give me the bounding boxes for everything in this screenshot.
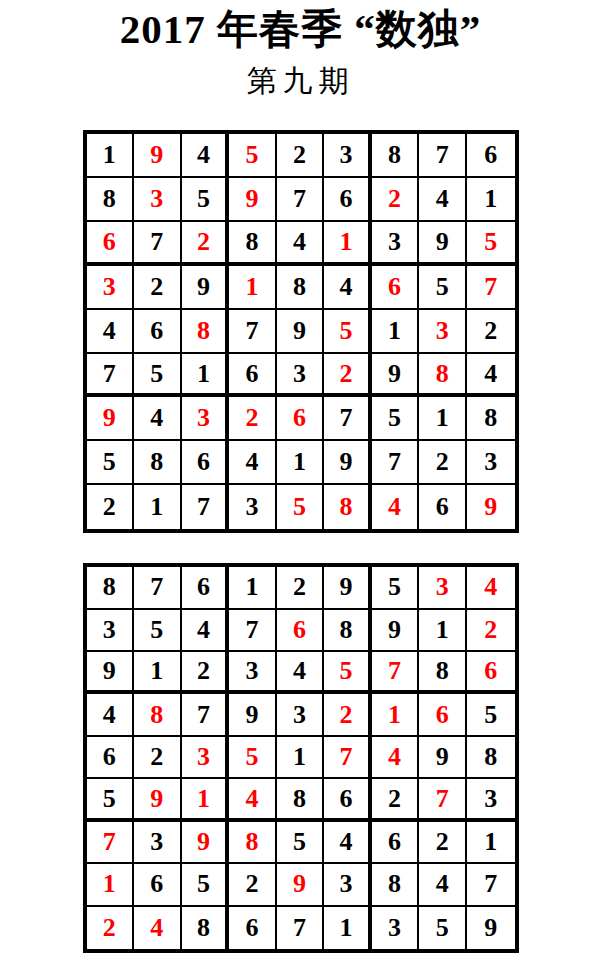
sudoku-cell-r4c8: 5 — [419, 266, 467, 310]
sudoku-cell-r7c2: 4 — [134, 397, 182, 441]
sudoku-cell-r6c1: 7 — [87, 354, 135, 398]
page-title: 2017 年春季 “数独” — [0, 0, 601, 53]
sudoku-cell-r9c8: 5 — [419, 907, 467, 949]
sudoku-cell-r1c4: 1 — [229, 567, 277, 609]
sudoku-cell-r5c8: 3 — [419, 310, 467, 354]
sudoku-cell-r8c9: 7 — [467, 864, 515, 906]
sudoku-cell-r7c7: 5 — [372, 397, 420, 441]
sudoku-cell-r7c8: 1 — [419, 397, 467, 441]
sudoku-cell-r5c7: 4 — [372, 737, 420, 779]
sudoku-cell-r5c3: 8 — [182, 310, 230, 354]
sudoku-cell-r2c9: 2 — [467, 610, 515, 652]
sudoku-cell-r6c3: 1 — [182, 354, 230, 398]
sudoku-cell-r5c2: 6 — [134, 310, 182, 354]
sudoku-cell-r7c2: 3 — [134, 822, 182, 864]
sudoku-cell-r2c5: 6 — [277, 610, 325, 652]
sudoku-cell-r9c4: 6 — [229, 907, 277, 949]
sudoku-cell-r6c6: 6 — [324, 779, 372, 821]
sudoku-cell-r5c8: 9 — [419, 737, 467, 779]
sudoku-cell-r8c9: 3 — [467, 441, 515, 485]
sudoku-cell-r8c5: 1 — [277, 441, 325, 485]
sudoku-cell-r4c5: 3 — [277, 694, 325, 736]
sudoku-cell-r5c3: 3 — [182, 737, 230, 779]
sudoku-cell-r2c4: 7 — [229, 610, 277, 652]
sudoku-cell-r6c9: 4 — [467, 354, 515, 398]
sudoku-cell-r2c8: 4 — [419, 178, 467, 222]
sudoku-cell-r8c6: 9 — [324, 441, 372, 485]
sudoku-cell-r1c9: 6 — [467, 134, 515, 178]
sudoku-cell-r3c8: 8 — [419, 652, 467, 694]
sudoku-cell-r7c6: 4 — [324, 822, 372, 864]
sudoku-cell-r3c7: 3 — [372, 222, 420, 266]
sudoku-cell-r8c1: 1 — [87, 864, 135, 906]
sudoku-cell-r2c3: 4 — [182, 610, 230, 652]
sudoku-cell-r5c4: 5 — [229, 737, 277, 779]
sudoku-cell-r3c6: 5 — [324, 652, 372, 694]
sudoku-cell-r3c9: 5 — [467, 222, 515, 266]
sudoku-cell-r2c8: 1 — [419, 610, 467, 652]
sudoku-cell-r5c9: 8 — [467, 737, 515, 779]
sudoku-cell-r2c7: 2 — [372, 178, 420, 222]
sudoku-cell-r8c2: 6 — [134, 864, 182, 906]
sudoku-cell-r6c8: 7 — [419, 779, 467, 821]
sudoku-cell-r9c1: 2 — [87, 907, 135, 949]
sudoku-grid-1: 1945238768359762416728413953291846574687… — [83, 130, 519, 533]
sudoku-cell-r3c5: 4 — [277, 222, 325, 266]
sudoku-cell-r5c5: 9 — [277, 310, 325, 354]
sudoku-cell-r1c1: 8 — [87, 567, 135, 609]
sudoku-cell-r8c4: 4 — [229, 441, 277, 485]
sudoku-cell-r1c9: 4 — [467, 567, 515, 609]
sudoku-cell-r7c8: 2 — [419, 822, 467, 864]
sudoku-cell-r1c4: 5 — [229, 134, 277, 178]
page-subtitle: 第九期 — [0, 53, 601, 102]
sudoku-cell-r2c1: 3 — [87, 610, 135, 652]
sudoku-cell-r1c7: 5 — [372, 567, 420, 609]
sudoku-cell-r1c8: 3 — [419, 567, 467, 609]
sudoku-cell-r2c7: 9 — [372, 610, 420, 652]
sudoku-cell-r2c2: 3 — [134, 178, 182, 222]
sudoku-cell-r6c3: 1 — [182, 779, 230, 821]
sudoku-cell-r5c5: 1 — [277, 737, 325, 779]
sudoku-cell-r8c3: 5 — [182, 864, 230, 906]
sudoku-cell-r2c9: 1 — [467, 178, 515, 222]
sudoku-cell-r3c7: 7 — [372, 652, 420, 694]
sudoku-cell-r4c3: 9 — [182, 266, 230, 310]
sudoku-cell-r6c5: 3 — [277, 354, 325, 398]
sudoku-cell-r1c8: 7 — [419, 134, 467, 178]
sudoku-cell-r4c6: 4 — [324, 266, 372, 310]
sudoku-cell-r3c3: 2 — [182, 222, 230, 266]
sudoku-cell-r8c7: 7 — [372, 441, 420, 485]
sudoku-cell-r8c1: 5 — [87, 441, 135, 485]
sudoku-cell-r6c7: 2 — [372, 779, 420, 821]
sudoku-cell-r9c2: 1 — [134, 485, 182, 529]
sudoku-cell-r5c7: 1 — [372, 310, 420, 354]
sudoku-cell-r4c7: 1 — [372, 694, 420, 736]
sudoku-cell-r7c5: 6 — [277, 397, 325, 441]
sudoku-cell-r6c1: 5 — [87, 779, 135, 821]
sudoku-cell-r9c5: 7 — [277, 907, 325, 949]
sudoku-cell-r1c2: 7 — [134, 567, 182, 609]
sudoku-cell-r8c7: 8 — [372, 864, 420, 906]
sudoku-cell-r8c8: 2 — [419, 441, 467, 485]
sudoku-cell-r4c1: 3 — [87, 266, 135, 310]
sudoku-cell-r6c9: 3 — [467, 779, 515, 821]
sudoku-cell-r4c4: 1 — [229, 266, 277, 310]
sudoku-cell-r3c8: 9 — [419, 222, 467, 266]
sudoku-grid-2: 8761295343547689129123457864879321656235… — [83, 563, 519, 953]
sudoku-cell-r3c5: 4 — [277, 652, 325, 694]
sudoku-cell-r8c8: 4 — [419, 864, 467, 906]
sudoku-cell-r4c3: 7 — [182, 694, 230, 736]
sudoku-cell-r8c4: 2 — [229, 864, 277, 906]
sudoku-cell-r4c2: 8 — [134, 694, 182, 736]
sudoku-cell-r1c3: 4 — [182, 134, 230, 178]
sudoku-cell-r2c1: 8 — [87, 178, 135, 222]
sudoku-cell-r7c3: 3 — [182, 397, 230, 441]
sudoku-cell-r9c2: 4 — [134, 907, 182, 949]
sudoku-cell-r3c4: 8 — [229, 222, 277, 266]
sudoku-cell-r7c1: 9 — [87, 397, 135, 441]
sudoku-cell-r5c6: 5 — [324, 310, 372, 354]
sudoku-cell-r1c6: 9 — [324, 567, 372, 609]
sudoku-cell-r6c2: 5 — [134, 354, 182, 398]
sudoku-cell-r9c9: 9 — [467, 485, 515, 529]
sudoku-cell-r9c7: 3 — [372, 907, 420, 949]
sudoku-cell-r7c4: 8 — [229, 822, 277, 864]
sudoku-cell-r3c2: 7 — [134, 222, 182, 266]
sudoku-cell-r2c5: 7 — [277, 178, 325, 222]
sudoku-cell-r7c1: 7 — [87, 822, 135, 864]
sudoku-cell-r6c5: 8 — [277, 779, 325, 821]
sudoku-cell-r1c5: 2 — [277, 134, 325, 178]
sudoku-page: 2017 年春季 “数独” 第九期 1945238768359762416728… — [0, 0, 601, 953]
sudoku-cell-r9c8: 6 — [419, 485, 467, 529]
sudoku-cell-r6c2: 9 — [134, 779, 182, 821]
sudoku-cell-r4c5: 8 — [277, 266, 325, 310]
sudoku-cell-r2c6: 8 — [324, 610, 372, 652]
sudoku-cell-r6c6: 2 — [324, 354, 372, 398]
sudoku-cell-r5c1: 6 — [87, 737, 135, 779]
sudoku-cell-r6c7: 9 — [372, 354, 420, 398]
sudoku-cell-r1c3: 6 — [182, 567, 230, 609]
sudoku-cell-r1c1: 1 — [87, 134, 135, 178]
sudoku-cell-r4c9: 5 — [467, 694, 515, 736]
sudoku-cell-r9c7: 4 — [372, 485, 420, 529]
sudoku-cell-r7c4: 2 — [229, 397, 277, 441]
sudoku-cell-r4c7: 6 — [372, 266, 420, 310]
sudoku-cell-r8c2: 8 — [134, 441, 182, 485]
sudoku-cell-r2c3: 5 — [182, 178, 230, 222]
sudoku-cell-r7c9: 8 — [467, 397, 515, 441]
sudoku-cell-r9c4: 3 — [229, 485, 277, 529]
sudoku-cell-r8c3: 6 — [182, 441, 230, 485]
sudoku-cell-r1c5: 2 — [277, 567, 325, 609]
sudoku-cell-r5c2: 2 — [134, 737, 182, 779]
sudoku-cell-r3c6: 1 — [324, 222, 372, 266]
sudoku-cell-r1c7: 8 — [372, 134, 420, 178]
sudoku-cell-r8c5: 9 — [277, 864, 325, 906]
sudoku-cell-r3c4: 3 — [229, 652, 277, 694]
sudoku-cell-r1c6: 3 — [324, 134, 372, 178]
sudoku-cell-r1c2: 9 — [134, 134, 182, 178]
sudoku-cell-r9c3: 8 — [182, 907, 230, 949]
sudoku-cell-r3c1: 9 — [87, 652, 135, 694]
sudoku-cell-r9c3: 7 — [182, 485, 230, 529]
sudoku-cell-r5c6: 7 — [324, 737, 372, 779]
sudoku-cell-r3c2: 1 — [134, 652, 182, 694]
sudoku-cell-r6c4: 4 — [229, 779, 277, 821]
sudoku-cell-r9c5: 5 — [277, 485, 325, 529]
sudoku-cell-r4c1: 4 — [87, 694, 135, 736]
sudoku-cell-r9c6: 8 — [324, 485, 372, 529]
sudoku-cell-r3c9: 6 — [467, 652, 515, 694]
sudoku-cell-r8c6: 3 — [324, 864, 372, 906]
sudoku-cell-r7c9: 1 — [467, 822, 515, 864]
sudoku-cell-r2c6: 6 — [324, 178, 372, 222]
sudoku-cell-r7c6: 7 — [324, 397, 372, 441]
sudoku-cell-r3c1: 6 — [87, 222, 135, 266]
sudoku-cell-r4c4: 9 — [229, 694, 277, 736]
sudoku-cell-r7c7: 6 — [372, 822, 420, 864]
sudoku-cell-r9c6: 1 — [324, 907, 372, 949]
sudoku-cell-r4c9: 7 — [467, 266, 515, 310]
sudoku-cell-r2c2: 5 — [134, 610, 182, 652]
sudoku-cell-r7c3: 9 — [182, 822, 230, 864]
sudoku-cell-r5c4: 7 — [229, 310, 277, 354]
sudoku-cell-r7c5: 5 — [277, 822, 325, 864]
sudoku-cell-r2c4: 9 — [229, 178, 277, 222]
sudoku-cell-r4c8: 6 — [419, 694, 467, 736]
sudoku-cell-r5c9: 2 — [467, 310, 515, 354]
sudoku-cell-r5c1: 4 — [87, 310, 135, 354]
sudoku-cell-r6c4: 6 — [229, 354, 277, 398]
sudoku-cell-r3c3: 2 — [182, 652, 230, 694]
sudoku-cell-r4c2: 2 — [134, 266, 182, 310]
sudoku-cell-r9c9: 9 — [467, 907, 515, 949]
sudoku-cell-r6c8: 8 — [419, 354, 467, 398]
sudoku-cell-r4c6: 2 — [324, 694, 372, 736]
sudoku-cell-r9c1: 2 — [87, 485, 135, 529]
